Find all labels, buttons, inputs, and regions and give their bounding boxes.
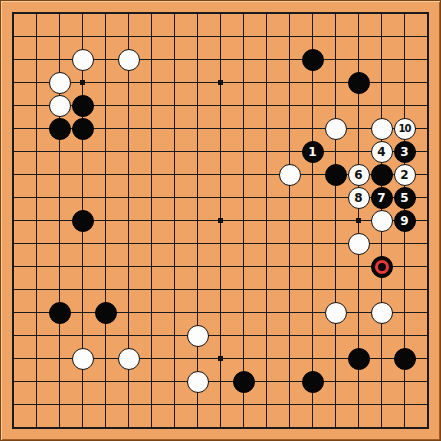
- circle-mark-icon: [375, 260, 389, 274]
- black-stone: [302, 49, 324, 71]
- star-point: [218, 80, 223, 85]
- black-stone: [233, 371, 255, 393]
- white-stone: [371, 118, 393, 140]
- white-stone: [118, 348, 140, 370]
- white-stone-move-6: 6: [348, 164, 370, 186]
- black-stone: [95, 302, 117, 324]
- black-stone: [302, 371, 324, 393]
- white-stone: [49, 95, 71, 117]
- go-board: 10143628759: [0, 0, 441, 441]
- go-grid: 10143628759: [2, 2, 439, 439]
- black-stone: [49, 302, 71, 324]
- white-stone: [371, 302, 393, 324]
- star-point: [356, 218, 361, 223]
- black-stone: [72, 210, 94, 232]
- white-stone: [118, 49, 140, 71]
- white-stone: [325, 118, 347, 140]
- white-stone: [72, 348, 94, 370]
- white-stone-move-2: 2: [394, 164, 416, 186]
- black-stone: [348, 348, 370, 370]
- white-stone: [49, 72, 71, 94]
- white-stone: [279, 164, 301, 186]
- white-stone-move-4: 4: [371, 141, 393, 163]
- black-stone-move-3: 3: [394, 141, 416, 163]
- black-stone: [325, 164, 347, 186]
- black-stone: [394, 348, 416, 370]
- white-stone: [348, 233, 370, 255]
- white-stone: [187, 371, 209, 393]
- black-stone-move-7: 7: [371, 187, 393, 209]
- white-stone: [187, 325, 209, 347]
- black-stone-move-5: 5: [394, 187, 416, 209]
- black-stone: [72, 95, 94, 117]
- black-stone-move-1: 1: [302, 141, 324, 163]
- star-point: [218, 218, 223, 223]
- white-stone-move-10: 10: [394, 118, 416, 140]
- white-stone: [371, 210, 393, 232]
- white-stone: [72, 49, 94, 71]
- star-point: [80, 80, 85, 85]
- black-stone: [348, 72, 370, 94]
- black-stone: [371, 164, 393, 186]
- black-stone: [72, 118, 94, 140]
- marked-black-stone: [371, 256, 393, 278]
- white-stone: [325, 302, 347, 324]
- black-stone-move-9: 9: [394, 210, 416, 232]
- white-stone-move-8: 8: [348, 187, 370, 209]
- black-stone: [49, 118, 71, 140]
- star-point: [218, 356, 223, 361]
